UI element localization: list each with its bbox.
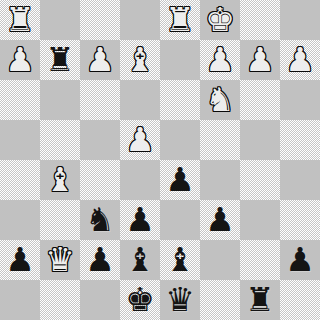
square-g4[interactable] <box>40 120 80 160</box>
piece-white-pawn[interactable]: ♟ <box>125 123 155 156</box>
piece-black-pawn[interactable]: ♟ <box>5 243 35 276</box>
square-f5[interactable] <box>80 160 120 200</box>
square-f8[interactable] <box>80 280 120 320</box>
square-c1[interactable]: ♚ <box>200 0 240 40</box>
square-h5[interactable] <box>0 160 40 200</box>
square-d5[interactable]: ♟ <box>160 160 200 200</box>
square-e7[interactable]: ♝ <box>120 240 160 280</box>
square-b8[interactable]: ♜ <box>240 280 280 320</box>
piece-black-pawn[interactable]: ♟ <box>165 163 195 196</box>
square-e2[interactable]: ♝ <box>120 40 160 80</box>
square-a6[interactable] <box>280 200 320 240</box>
piece-black-pawn[interactable]: ♟ <box>125 203 155 236</box>
square-e1[interactable] <box>120 0 160 40</box>
square-d4[interactable] <box>160 120 200 160</box>
piece-black-pawn[interactable]: ♟ <box>85 243 115 276</box>
piece-white-pawn[interactable]: ♟ <box>285 43 315 76</box>
square-g3[interactable] <box>40 80 80 120</box>
square-a4[interactable] <box>280 120 320 160</box>
square-f2[interactable]: ♟ <box>80 40 120 80</box>
piece-white-knight[interactable]: ♞ <box>205 83 235 116</box>
square-b5[interactable] <box>240 160 280 200</box>
piece-black-rook[interactable]: ♜ <box>245 283 275 316</box>
piece-white-rook[interactable]: ♜ <box>5 3 35 36</box>
square-c7[interactable] <box>200 240 240 280</box>
square-f6[interactable]: ♞ <box>80 200 120 240</box>
square-e5[interactable] <box>120 160 160 200</box>
piece-white-rook[interactable]: ♜ <box>165 3 195 36</box>
piece-black-pawn[interactable]: ♟ <box>285 243 315 276</box>
piece-black-pawn[interactable]: ♟ <box>205 203 235 236</box>
square-h4[interactable] <box>0 120 40 160</box>
square-a1[interactable] <box>280 0 320 40</box>
square-g1[interactable] <box>40 0 80 40</box>
chess-board: ♜♜♚♟♜♟♝♟♟♟♞♟♝♟♞♟♟♟♛♟♝♝♟♚♛♜ <box>0 0 320 320</box>
square-h8[interactable] <box>0 280 40 320</box>
square-c6[interactable]: ♟ <box>200 200 240 240</box>
square-d6[interactable] <box>160 200 200 240</box>
square-f4[interactable] <box>80 120 120 160</box>
square-h6[interactable] <box>0 200 40 240</box>
piece-white-pawn[interactable]: ♟ <box>205 43 235 76</box>
square-g7[interactable]: ♛ <box>40 240 80 280</box>
square-d2[interactable] <box>160 40 200 80</box>
square-f3[interactable] <box>80 80 120 120</box>
piece-white-king[interactable]: ♚ <box>205 3 235 36</box>
square-c5[interactable] <box>200 160 240 200</box>
piece-black-rook[interactable]: ♜ <box>45 43 75 76</box>
square-h1[interactable]: ♜ <box>0 0 40 40</box>
piece-white-pawn[interactable]: ♟ <box>245 43 275 76</box>
square-b2[interactable]: ♟ <box>240 40 280 80</box>
square-b3[interactable] <box>240 80 280 120</box>
square-c2[interactable]: ♟ <box>200 40 240 80</box>
square-h3[interactable] <box>0 80 40 120</box>
square-a2[interactable]: ♟ <box>280 40 320 80</box>
square-a7[interactable]: ♟ <box>280 240 320 280</box>
square-f7[interactable]: ♟ <box>80 240 120 280</box>
square-e8[interactable]: ♚ <box>120 280 160 320</box>
square-e3[interactable] <box>120 80 160 120</box>
square-a5[interactable] <box>280 160 320 200</box>
square-a8[interactable] <box>280 280 320 320</box>
piece-black-king[interactable]: ♚ <box>125 283 155 316</box>
square-h7[interactable]: ♟ <box>0 240 40 280</box>
square-b4[interactable] <box>240 120 280 160</box>
square-f1[interactable] <box>80 0 120 40</box>
square-g5[interactable]: ♝ <box>40 160 80 200</box>
square-g8[interactable] <box>40 280 80 320</box>
square-e4[interactable]: ♟ <box>120 120 160 160</box>
piece-white-pawn[interactable]: ♟ <box>85 43 115 76</box>
square-b1[interactable] <box>240 0 280 40</box>
square-d3[interactable] <box>160 80 200 120</box>
square-c3[interactable]: ♞ <box>200 80 240 120</box>
square-c4[interactable] <box>200 120 240 160</box>
square-a3[interactable] <box>280 80 320 120</box>
square-g2[interactable]: ♜ <box>40 40 80 80</box>
square-e6[interactable]: ♟ <box>120 200 160 240</box>
piece-black-bishop[interactable]: ♝ <box>125 243 155 276</box>
square-b7[interactable] <box>240 240 280 280</box>
square-b6[interactable] <box>240 200 280 240</box>
square-h2[interactable]: ♟ <box>0 40 40 80</box>
piece-black-bishop[interactable]: ♝ <box>165 243 195 276</box>
square-c8[interactable] <box>200 280 240 320</box>
piece-white-queen[interactable]: ♛ <box>45 243 75 276</box>
piece-white-bishop[interactable]: ♝ <box>45 163 75 196</box>
piece-black-queen[interactable]: ♛ <box>165 283 195 316</box>
square-d8[interactable]: ♛ <box>160 280 200 320</box>
piece-black-knight[interactable]: ♞ <box>85 203 115 236</box>
square-d7[interactable]: ♝ <box>160 240 200 280</box>
square-d1[interactable]: ♜ <box>160 0 200 40</box>
piece-white-bishop[interactable]: ♝ <box>125 43 155 76</box>
square-g6[interactable] <box>40 200 80 240</box>
piece-white-pawn[interactable]: ♟ <box>5 43 35 76</box>
